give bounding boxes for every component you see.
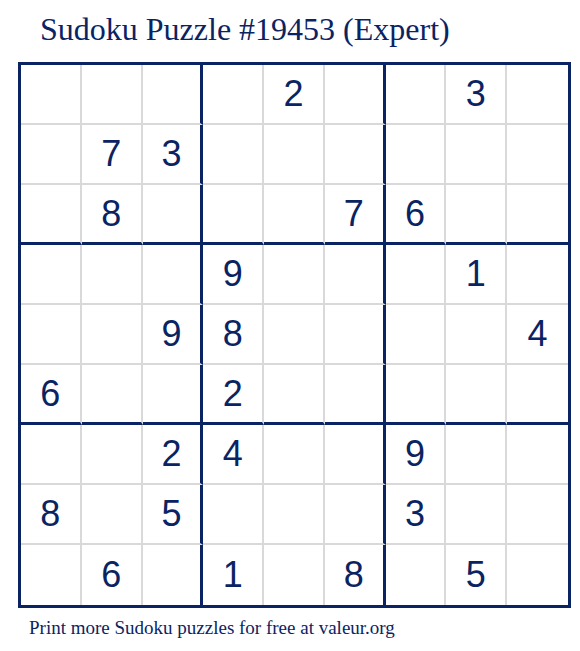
cell-r8c4 — [203, 485, 264, 545]
cell-r9c2: 6 — [82, 545, 143, 605]
cell-r5c4: 8 — [203, 305, 264, 365]
cell-r6c4: 2 — [203, 365, 264, 425]
sudoku-board: 237387691984622498536185 — [18, 62, 571, 608]
cell-r7c5 — [264, 425, 325, 485]
cell-r7c1 — [21, 425, 82, 485]
cell-r8c7: 3 — [386, 485, 447, 545]
cell-r8c6 — [325, 485, 386, 545]
cell-r3c1 — [21, 185, 82, 245]
cell-r9c4: 1 — [203, 545, 264, 605]
cell-r5c5 — [264, 305, 325, 365]
cell-r6c2 — [82, 365, 143, 425]
cell-r1c8: 3 — [446, 65, 507, 125]
cell-r4c1 — [21, 245, 82, 305]
cell-r5c7 — [386, 305, 447, 365]
cell-r9c5 — [264, 545, 325, 605]
cell-r4c8: 1 — [446, 245, 507, 305]
cell-r2c6 — [325, 125, 386, 185]
cell-r2c1 — [21, 125, 82, 185]
cell-r6c3 — [143, 365, 204, 425]
cell-r5c8 — [446, 305, 507, 365]
cell-r4c2 — [82, 245, 143, 305]
cell-r2c4 — [203, 125, 264, 185]
cell-r7c9 — [507, 425, 568, 485]
cell-r5c6 — [325, 305, 386, 365]
cell-r3c4 — [203, 185, 264, 245]
cell-r6c6 — [325, 365, 386, 425]
cell-r6c1: 6 — [21, 365, 82, 425]
cell-r6c5 — [264, 365, 325, 425]
cell-r1c3 — [143, 65, 204, 125]
cell-r3c5 — [264, 185, 325, 245]
cell-r5c1 — [21, 305, 82, 365]
cell-r2c9 — [507, 125, 568, 185]
cell-r6c8 — [446, 365, 507, 425]
cell-r1c2 — [82, 65, 143, 125]
cell-r8c8 — [446, 485, 507, 545]
footer-text: Print more Sudoku puzzles for free at va… — [29, 617, 395, 639]
cell-r1c6 — [325, 65, 386, 125]
cell-r4c4: 9 — [203, 245, 264, 305]
cell-r8c5 — [264, 485, 325, 545]
cell-r8c2 — [82, 485, 143, 545]
cell-r4c5 — [264, 245, 325, 305]
cell-r1c1 — [21, 65, 82, 125]
cell-r9c8: 5 — [446, 545, 507, 605]
cell-r7c7: 9 — [386, 425, 447, 485]
cell-r1c9 — [507, 65, 568, 125]
cell-r3c6: 7 — [325, 185, 386, 245]
cell-r7c3: 2 — [143, 425, 204, 485]
cell-r5c9: 4 — [507, 305, 568, 365]
cell-r9c6: 8 — [325, 545, 386, 605]
cell-r7c8 — [446, 425, 507, 485]
cell-r3c9 — [507, 185, 568, 245]
cell-r2c7 — [386, 125, 447, 185]
cell-r2c2: 7 — [82, 125, 143, 185]
cell-r6c7 — [386, 365, 447, 425]
cell-r7c4: 4 — [203, 425, 264, 485]
sudoku-page: Sudoku Puzzle #19453 (Expert) 2373876919… — [0, 0, 580, 651]
cell-r2c8 — [446, 125, 507, 185]
cell-r3c8 — [446, 185, 507, 245]
cell-r7c2 — [82, 425, 143, 485]
cell-r9c9 — [507, 545, 568, 605]
cell-r6c9 — [507, 365, 568, 425]
cell-r2c5 — [264, 125, 325, 185]
cell-r8c3: 5 — [143, 485, 204, 545]
cell-r9c3 — [143, 545, 204, 605]
cell-r1c7 — [386, 65, 447, 125]
cell-r5c3: 9 — [143, 305, 204, 365]
cell-r9c1 — [21, 545, 82, 605]
page-title: Sudoku Puzzle #19453 (Expert) — [40, 11, 450, 48]
cell-r9c7 — [386, 545, 447, 605]
cell-r7c6 — [325, 425, 386, 485]
cell-r4c6 — [325, 245, 386, 305]
cell-r8c1: 8 — [21, 485, 82, 545]
cell-r4c7 — [386, 245, 447, 305]
cell-r8c9 — [507, 485, 568, 545]
cell-r3c3 — [143, 185, 204, 245]
cell-r3c7: 6 — [386, 185, 447, 245]
cell-r1c4 — [203, 65, 264, 125]
cell-r1c5: 2 — [264, 65, 325, 125]
cell-r3c2: 8 — [82, 185, 143, 245]
cell-r5c2 — [82, 305, 143, 365]
cell-r4c9 — [507, 245, 568, 305]
cell-r2c3: 3 — [143, 125, 204, 185]
cell-r4c3 — [143, 245, 204, 305]
